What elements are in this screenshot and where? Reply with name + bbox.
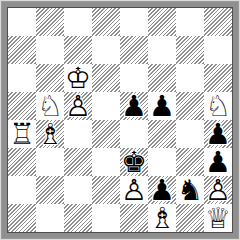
square-h4[interactable]: ♟ <box>204 120 232 148</box>
white-knight-fill: ♞ <box>36 92 64 120</box>
square-f6[interactable] <box>148 64 176 92</box>
square-h5[interactable]: ♞♘ <box>204 92 232 120</box>
white-pawn: ♙ <box>204 176 232 204</box>
square-b2[interactable] <box>36 176 64 204</box>
black-pawn: ♟ <box>204 120 232 148</box>
square-f7[interactable] <box>148 36 176 64</box>
square-c5[interactable]: ♟♙ <box>64 92 92 120</box>
white-pawn-fill: ♟ <box>120 176 148 204</box>
square-b5[interactable]: ♞♘ <box>36 92 64 120</box>
square-a5[interactable] <box>8 92 36 120</box>
white-bishop: ♗ <box>148 204 176 232</box>
square-h6[interactable] <box>204 64 232 92</box>
square-d1[interactable] <box>92 204 120 232</box>
square-d2[interactable] <box>92 176 120 204</box>
square-b3[interactable] <box>36 148 64 176</box>
white-queen: ♕ <box>204 204 232 232</box>
square-c8[interactable] <box>64 8 92 36</box>
square-g6[interactable] <box>176 64 204 92</box>
black-king: ♚ <box>120 148 148 176</box>
square-e7[interactable] <box>120 36 148 64</box>
square-d8[interactable] <box>92 8 120 36</box>
square-c4[interactable] <box>64 120 92 148</box>
square-f8[interactable] <box>148 8 176 36</box>
square-a1[interactable] <box>8 204 36 232</box>
white-knight: ♘ <box>204 92 232 120</box>
square-e1[interactable] <box>120 204 148 232</box>
square-a8[interactable] <box>8 8 36 36</box>
square-g1[interactable] <box>176 204 204 232</box>
square-c1[interactable] <box>64 204 92 232</box>
square-c3[interactable] <box>64 148 92 176</box>
black-knight: ♞ <box>176 176 204 204</box>
square-d7[interactable] <box>92 36 120 64</box>
square-b1[interactable] <box>36 204 64 232</box>
square-b8[interactable] <box>36 8 64 36</box>
square-f3[interactable] <box>148 148 176 176</box>
square-e4[interactable] <box>120 120 148 148</box>
square-b4[interactable]: ♝♗ <box>36 120 64 148</box>
square-d4[interactable] <box>92 120 120 148</box>
white-king: ♔ <box>64 64 92 92</box>
square-e3[interactable]: ♚ <box>120 148 148 176</box>
square-f4[interactable] <box>148 120 176 148</box>
square-g8[interactable] <box>176 8 204 36</box>
black-pawn: ♟ <box>120 92 148 120</box>
white-bishop-fill: ♝ <box>148 204 176 232</box>
square-g4[interactable] <box>176 120 204 148</box>
square-a3[interactable] <box>8 148 36 176</box>
square-a6[interactable] <box>8 64 36 92</box>
square-h3[interactable]: ♟ <box>204 148 232 176</box>
white-bishop-fill: ♝ <box>36 120 64 148</box>
white-pawn: ♙ <box>64 92 92 120</box>
square-a4[interactable]: ♜♖ <box>8 120 36 148</box>
white-pawn-fill: ♟ <box>64 92 92 120</box>
square-h8[interactable] <box>204 8 232 36</box>
square-h1[interactable]: ♛♕ <box>204 204 232 232</box>
square-a2[interactable] <box>8 176 36 204</box>
white-knight: ♘ <box>36 92 64 120</box>
square-h2[interactable]: ♟♙ <box>204 176 232 204</box>
square-e8[interactable] <box>120 8 148 36</box>
square-d3[interactable] <box>92 148 120 176</box>
board-frame: ♚♔♞♘♟♙♟♟♞♘♜♖♝♗♟♚♟♟♙♟♞♟♙♝♗♛♕ <box>0 0 240 240</box>
white-rook-fill: ♜ <box>8 120 36 148</box>
black-pawn: ♟ <box>148 176 176 204</box>
black-pawn: ♟ <box>204 148 232 176</box>
white-rook: ♖ <box>8 120 36 148</box>
square-f1[interactable]: ♝♗ <box>148 204 176 232</box>
square-e5[interactable]: ♟ <box>120 92 148 120</box>
black-pawn: ♟ <box>148 92 176 120</box>
square-e6[interactable] <box>120 64 148 92</box>
white-pawn-fill: ♟ <box>204 176 232 204</box>
square-g5[interactable] <box>176 92 204 120</box>
square-b6[interactable] <box>36 64 64 92</box>
square-h7[interactable] <box>204 36 232 64</box>
square-f2[interactable]: ♟ <box>148 176 176 204</box>
chess-board: ♚♔♞♘♟♙♟♟♞♘♜♖♝♗♟♚♟♟♙♟♞♟♙♝♗♛♕ <box>8 8 232 232</box>
square-d6[interactable] <box>92 64 120 92</box>
square-c2[interactable] <box>64 176 92 204</box>
white-queen-fill: ♛ <box>204 204 232 232</box>
square-g2[interactable]: ♞ <box>176 176 204 204</box>
square-g3[interactable] <box>176 148 204 176</box>
square-b7[interactable] <box>36 36 64 64</box>
white-pawn: ♙ <box>120 176 148 204</box>
square-e2[interactable]: ♟♙ <box>120 176 148 204</box>
white-king-fill: ♚ <box>64 64 92 92</box>
square-g7[interactable] <box>176 36 204 64</box>
square-a7[interactable] <box>8 36 36 64</box>
square-c6[interactable]: ♚♔ <box>64 64 92 92</box>
square-c7[interactable] <box>64 36 92 64</box>
white-knight-fill: ♞ <box>204 92 232 120</box>
square-d5[interactable] <box>92 92 120 120</box>
white-bishop: ♗ <box>36 120 64 148</box>
square-f5[interactable]: ♟ <box>148 92 176 120</box>
